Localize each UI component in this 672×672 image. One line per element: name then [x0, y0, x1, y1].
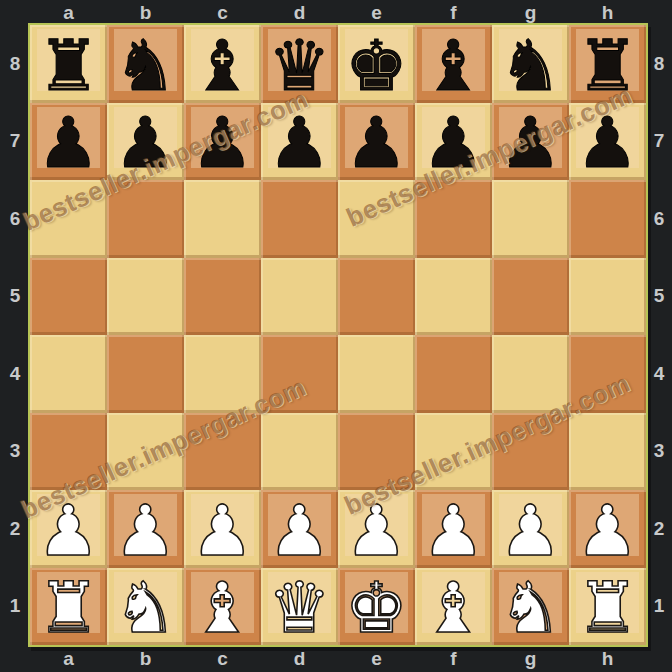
square-g4[interactable] — [492, 335, 569, 413]
piece-white-pawn[interactable]: ♟ — [499, 496, 562, 566]
square-d5[interactable] — [261, 258, 338, 336]
piece-white-knight[interactable]: ♞ — [499, 573, 562, 643]
piece-black-pawn[interactable]: ♟ — [37, 108, 100, 178]
rank-label-4: 4 — [646, 335, 672, 413]
square-a2[interactable]: ♟ — [30, 490, 107, 568]
square-b6[interactable] — [107, 180, 184, 258]
square-h2[interactable]: ♟ — [569, 490, 646, 568]
file-label-h: h — [569, 0, 646, 25]
square-f5[interactable] — [415, 258, 492, 336]
piece-black-pawn[interactable]: ♟ — [114, 108, 177, 178]
rank-label-1: 1 — [646, 568, 672, 646]
piece-white-queen[interactable]: ♛ — [268, 573, 331, 643]
rank-label-8: 8 — [646, 25, 672, 103]
square-d6[interactable] — [261, 180, 338, 258]
rank-label-7: 7 — [646, 103, 672, 181]
square-a1[interactable]: ♜ — [30, 568, 107, 646]
square-d7[interactable]: ♟ — [261, 103, 338, 181]
piece-white-pawn[interactable]: ♟ — [422, 496, 485, 566]
piece-black-bishop[interactable]: ♝ — [422, 31, 485, 101]
piece-white-pawn[interactable]: ♟ — [576, 496, 639, 566]
piece-black-knight[interactable]: ♞ — [499, 31, 562, 101]
square-c3[interactable] — [184, 413, 261, 491]
rank-label-7: 7 — [0, 103, 30, 181]
square-g5[interactable] — [492, 258, 569, 336]
piece-white-pawn[interactable]: ♟ — [114, 496, 177, 566]
square-d4[interactable] — [261, 335, 338, 413]
square-a6[interactable] — [30, 180, 107, 258]
piece-white-pawn[interactable]: ♟ — [191, 496, 254, 566]
square-a8[interactable]: ♜ — [30, 25, 107, 103]
square-h6[interactable] — [569, 180, 646, 258]
piece-black-queen[interactable]: ♛ — [268, 31, 331, 101]
file-label-c: c — [184, 0, 261, 25]
square-e6[interactable] — [338, 180, 415, 258]
file-label-g: g — [492, 0, 569, 25]
square-e2[interactable]: ♟ — [338, 490, 415, 568]
rank-label-5: 5 — [0, 258, 30, 336]
file-label-f: f — [415, 0, 492, 25]
square-h3[interactable] — [569, 413, 646, 491]
square-h7[interactable]: ♟ — [569, 103, 646, 181]
piece-white-rook[interactable]: ♜ — [37, 573, 100, 643]
square-d3[interactable] — [261, 413, 338, 491]
square-f1[interactable]: ♝ — [415, 568, 492, 646]
rank-labels-right: 87654321 — [646, 25, 672, 645]
square-e1[interactable]: ♚ — [338, 568, 415, 646]
square-b5[interactable] — [107, 258, 184, 336]
square-f3[interactable] — [415, 413, 492, 491]
piece-white-knight[interactable]: ♞ — [114, 573, 177, 643]
square-e3[interactable] — [338, 413, 415, 491]
file-labels-top: abcdefgh — [30, 0, 646, 25]
piece-black-pawn[interactable]: ♟ — [422, 108, 485, 178]
square-f4[interactable] — [415, 335, 492, 413]
square-c4[interactable] — [184, 335, 261, 413]
square-e8[interactable]: ♚ — [338, 25, 415, 103]
square-b4[interactable] — [107, 335, 184, 413]
piece-black-pawn[interactable]: ♟ — [576, 108, 639, 178]
rank-label-8: 8 — [0, 25, 30, 103]
file-label-a: a — [30, 0, 107, 25]
square-a3[interactable] — [30, 413, 107, 491]
piece-white-pawn[interactable]: ♟ — [345, 496, 408, 566]
piece-white-king[interactable]: ♚ — [345, 573, 408, 643]
square-h8[interactable]: ♜ — [569, 25, 646, 103]
piece-white-bishop[interactable]: ♝ — [422, 573, 485, 643]
square-c6[interactable] — [184, 180, 261, 258]
square-a5[interactable] — [30, 258, 107, 336]
square-g1[interactable]: ♞ — [492, 568, 569, 646]
square-f8[interactable]: ♝ — [415, 25, 492, 103]
square-b2[interactable]: ♟ — [107, 490, 184, 568]
chess-board: ♜♞♝♛♚♝♞♜♟♟♟♟♟♟♟♟♟♟♟♟♟♟♟♟♜♞♝♛♚♝♞♜ — [30, 25, 646, 645]
square-a7[interactable]: ♟ — [30, 103, 107, 181]
square-h5[interactable] — [569, 258, 646, 336]
piece-black-pawn[interactable]: ♟ — [191, 108, 254, 178]
piece-black-king[interactable]: ♚ — [345, 31, 408, 101]
rank-label-2: 2 — [646, 490, 672, 568]
square-g8[interactable]: ♞ — [492, 25, 569, 103]
chess-diagram: abcdefgh abcdefgh 87654321 87654321 ♜♞♝♛… — [0, 0, 672, 672]
file-label-e: e — [338, 0, 415, 25]
square-c2[interactable]: ♟ — [184, 490, 261, 568]
square-c5[interactable] — [184, 258, 261, 336]
square-f7[interactable]: ♟ — [415, 103, 492, 181]
square-e4[interactable] — [338, 335, 415, 413]
square-c1[interactable]: ♝ — [184, 568, 261, 646]
square-g7[interactable]: ♟ — [492, 103, 569, 181]
rank-label-3: 3 — [646, 413, 672, 491]
rank-labels-left: 87654321 — [0, 25, 30, 645]
square-b3[interactable] — [107, 413, 184, 491]
piece-black-bishop[interactable]: ♝ — [191, 31, 254, 101]
rank-label-3: 3 — [0, 413, 30, 491]
square-c7[interactable]: ♟ — [184, 103, 261, 181]
piece-black-pawn[interactable]: ♟ — [345, 108, 408, 178]
piece-black-pawn[interactable]: ♟ — [499, 108, 562, 178]
file-label-d: d — [261, 0, 338, 25]
square-a4[interactable] — [30, 335, 107, 413]
file-label-b: b — [107, 0, 184, 25]
rank-label-6: 6 — [0, 180, 30, 258]
piece-white-bishop[interactable]: ♝ — [191, 573, 254, 643]
square-h1[interactable]: ♜ — [569, 568, 646, 646]
piece-white-pawn[interactable]: ♟ — [37, 496, 100, 566]
square-g2[interactable]: ♟ — [492, 490, 569, 568]
square-d2[interactable]: ♟ — [261, 490, 338, 568]
rank-label-2: 2 — [0, 490, 30, 568]
rank-label-1: 1 — [0, 568, 30, 646]
piece-black-rook[interactable]: ♜ — [37, 31, 100, 101]
rank-label-6: 6 — [646, 180, 672, 258]
piece-white-pawn[interactable]: ♟ — [268, 496, 331, 566]
square-b8[interactable]: ♞ — [107, 25, 184, 103]
square-g6[interactable] — [492, 180, 569, 258]
square-b1[interactable]: ♞ — [107, 568, 184, 646]
piece-black-pawn[interactable]: ♟ — [268, 108, 331, 178]
rank-label-5: 5 — [646, 258, 672, 336]
square-e5[interactable] — [338, 258, 415, 336]
rank-label-4: 4 — [0, 335, 30, 413]
square-d1[interactable]: ♛ — [261, 568, 338, 646]
square-f6[interactable] — [415, 180, 492, 258]
piece-white-rook[interactable]: ♜ — [576, 573, 639, 643]
square-f2[interactable]: ♟ — [415, 490, 492, 568]
square-c8[interactable]: ♝ — [184, 25, 261, 103]
square-e7[interactable]: ♟ — [338, 103, 415, 181]
piece-black-knight[interactable]: ♞ — [114, 31, 177, 101]
square-b7[interactable]: ♟ — [107, 103, 184, 181]
piece-black-rook[interactable]: ♜ — [576, 31, 639, 101]
square-g3[interactable] — [492, 413, 569, 491]
square-d8[interactable]: ♛ — [261, 25, 338, 103]
square-h4[interactable] — [569, 335, 646, 413]
